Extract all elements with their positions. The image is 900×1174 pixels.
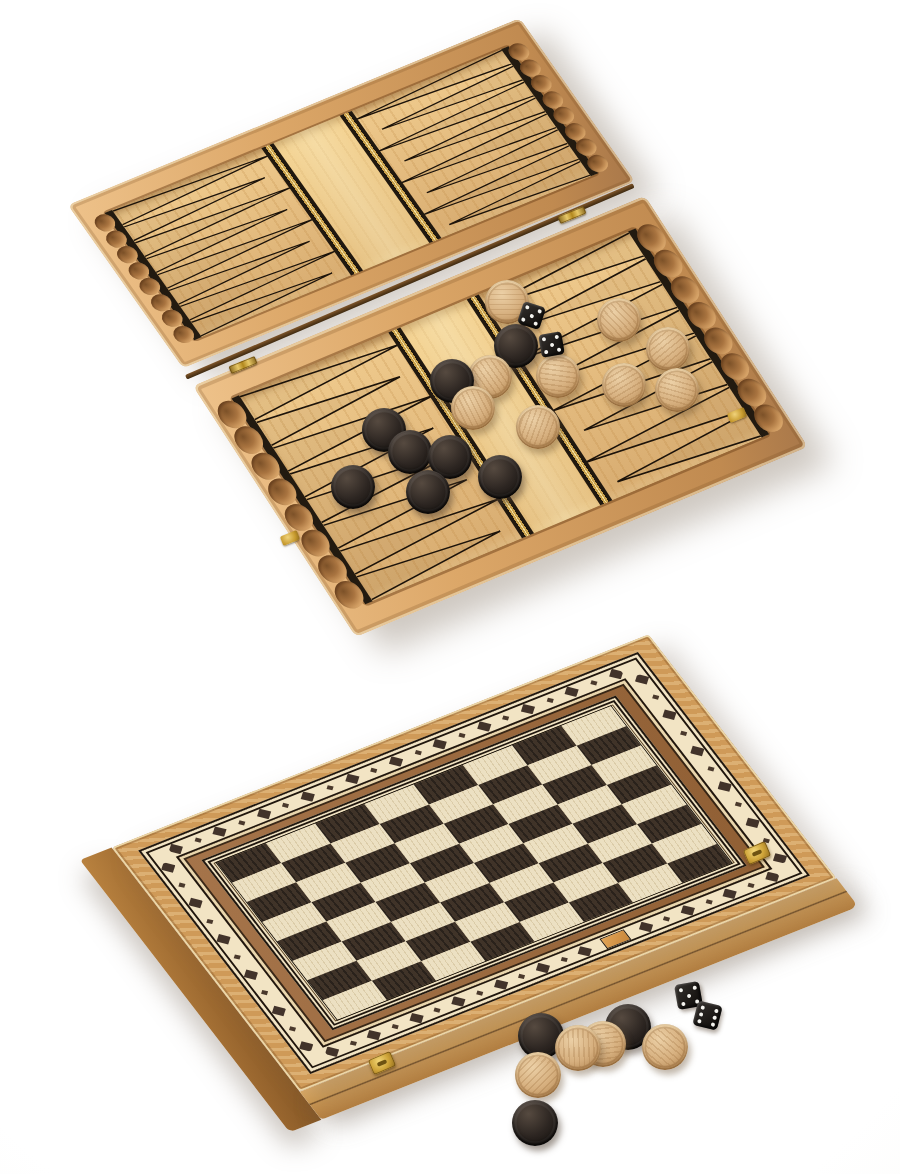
small-diamond-inlay (414, 750, 421, 755)
small-diamond-inlay (350, 1041, 357, 1046)
checker-piece-black (512, 1100, 558, 1146)
wood-grain (606, 367, 642, 403)
wood-grain (650, 331, 686, 367)
small-diamond-inlay (238, 820, 245, 825)
die-pip (543, 349, 548, 354)
checker-piece-black (388, 430, 432, 474)
small-diamond-inlay (502, 715, 509, 720)
die-pip (711, 1014, 716, 1019)
diamond-inlay (389, 756, 403, 766)
wood-grain (559, 1029, 597, 1067)
diamond-inlay (718, 781, 732, 791)
checker-piece-natural (642, 1024, 688, 1070)
wood-grain (646, 1028, 684, 1066)
small-diamond-inlay (705, 899, 712, 904)
die-pip (678, 987, 683, 992)
small-diamond-inlay (282, 803, 289, 808)
game-box (80, 634, 858, 1132)
diamond-inlay (257, 809, 271, 819)
small-diamond-inlay (735, 802, 742, 807)
small-diamond-inlay (476, 991, 483, 996)
small-diamond-inlay (518, 974, 525, 979)
diamond-inlay (367, 1030, 381, 1040)
small-diamond-inlay (560, 957, 567, 962)
wood-grain (519, 1056, 557, 1094)
die-pip (699, 1004, 704, 1009)
die-pip (698, 1011, 703, 1016)
wood-grain (520, 409, 556, 445)
small-diamond-inlay (707, 766, 714, 771)
die-pip (713, 1007, 718, 1012)
diamond-inlay (213, 826, 227, 836)
diamond-inlay (433, 739, 447, 749)
diamond-inlay (189, 898, 203, 908)
die-pip (541, 336, 546, 341)
diamond-inlay (663, 710, 677, 720)
small-diamond-inlay (434, 1007, 441, 1012)
die-pip (549, 342, 554, 347)
small-diamond-inlay (206, 919, 213, 924)
small-diamond-inlay (370, 768, 377, 773)
checker-piece-natural (536, 354, 580, 398)
die-pip (556, 347, 561, 352)
diamond-inlay (216, 934, 230, 944)
small-diamond-inlay (652, 695, 659, 700)
small-diamond-inlay (179, 883, 186, 888)
wood-grain (455, 390, 491, 426)
die-pip (710, 1021, 715, 1026)
photo-scene (0, 0, 900, 1174)
die-black-5 (538, 331, 565, 358)
checker-piece-natural (597, 298, 641, 342)
checker-piece-natural (451, 386, 495, 430)
checker-piece-black (406, 470, 450, 514)
diamond-inlay (451, 996, 465, 1006)
small-diamond-inlay (590, 680, 597, 685)
diamond-inlay (639, 922, 653, 932)
wood-grain (601, 302, 637, 338)
checker-piece-natural (555, 1025, 601, 1071)
small-diamond-inlay (392, 1024, 399, 1029)
checker-piece-natural (515, 1052, 561, 1098)
diamond-inlay (773, 853, 787, 863)
die-pip (696, 1018, 701, 1023)
diamond-inlay (578, 946, 592, 956)
diamond-inlay (494, 980, 508, 990)
die-pip (691, 985, 696, 990)
small-diamond-inlay (663, 916, 670, 921)
diamond-inlay (169, 844, 183, 854)
diamond-inlay (690, 746, 704, 756)
backgammon-point (113, 149, 274, 225)
diamond-inlay (161, 862, 175, 872)
die-pip (533, 321, 538, 326)
die-pip (686, 993, 691, 998)
checker-piece-natural (646, 327, 690, 371)
wood-grain (659, 372, 695, 408)
checker-piece-natural (655, 368, 699, 412)
diamond-inlay (325, 1047, 339, 1057)
small-diamond-inlay (546, 698, 553, 703)
small-diamond-inlay (289, 1026, 296, 1031)
checker-piece-black (478, 455, 522, 499)
small-diamond-inlay (234, 954, 241, 959)
diamond-inlay (409, 1013, 423, 1023)
die-pip (554, 334, 559, 339)
small-diamond-inlay (748, 883, 755, 888)
diamond-inlay (723, 888, 737, 898)
die-pip (537, 308, 542, 313)
die-pip (680, 1001, 685, 1006)
die-pip (524, 304, 529, 309)
die-pip (520, 317, 525, 322)
diamond-inlay (681, 905, 695, 915)
checker-piece-natural (516, 405, 560, 449)
diamond-inlay (635, 674, 649, 684)
diamond-inlay (301, 791, 315, 801)
small-diamond-inlay (194, 838, 201, 843)
die-black-6 (692, 1000, 722, 1030)
wood-grain (540, 358, 576, 394)
checker-piece-natural (602, 363, 646, 407)
diamond-inlay (477, 721, 491, 731)
die-pip (528, 312, 533, 317)
diamond-inlay (271, 1005, 285, 1015)
diamond-inlay (299, 1041, 313, 1051)
small-diamond-inlay (458, 733, 465, 738)
diamond-inlay (609, 669, 623, 679)
small-diamond-inlay (680, 730, 687, 735)
diamond-inlay (345, 774, 359, 784)
checker-piece-black (331, 465, 375, 509)
diamond-inlay (244, 970, 258, 980)
diamond-inlay (765, 872, 779, 882)
diamond-inlay (521, 704, 535, 714)
diamond-inlay (536, 963, 550, 973)
small-diamond-inlay (261, 990, 268, 995)
diamond-inlay (565, 686, 579, 696)
small-diamond-inlay (326, 785, 333, 790)
diamond-inlay (745, 817, 759, 827)
